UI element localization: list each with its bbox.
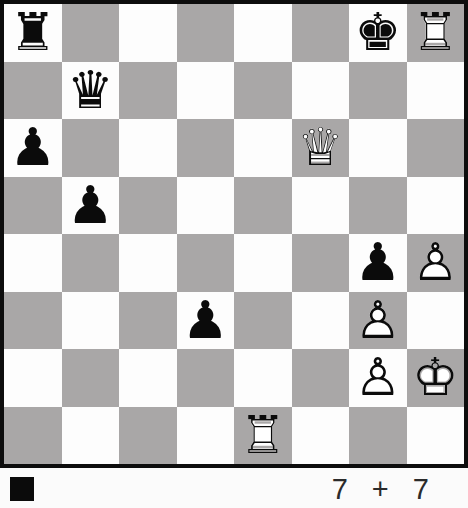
square-g5[interactable] <box>349 177 407 235</box>
square-h3[interactable] <box>407 292 465 350</box>
white-rook: ♜♖ <box>407 4 465 62</box>
square-f1[interactable] <box>292 407 350 465</box>
white-pawn-glyph: ♙ <box>349 292 407 350</box>
square-c6[interactable] <box>119 119 177 177</box>
square-e6[interactable] <box>234 119 292 177</box>
black-king: ♚ <box>349 4 407 62</box>
white-king-glyph: ♔ <box>407 349 465 407</box>
square-c5[interactable] <box>119 177 177 235</box>
black-to-move-marker <box>10 477 34 501</box>
square-a2[interactable] <box>4 349 62 407</box>
black-pawn-glyph: ♟ <box>4 119 62 177</box>
black-pawn: ♟ <box>62 177 120 235</box>
black-pawn-glyph: ♟ <box>62 177 120 235</box>
square-g4[interactable]: ♟ <box>349 234 407 292</box>
black-pawn-glyph: ♟ <box>177 292 235 350</box>
square-h5[interactable] <box>407 177 465 235</box>
square-a4[interactable] <box>4 234 62 292</box>
square-f6[interactable]: ♛♕ <box>292 119 350 177</box>
square-d2[interactable] <box>177 349 235 407</box>
square-e3[interactable] <box>234 292 292 350</box>
square-c4[interactable] <box>119 234 177 292</box>
chess-board: ♜♚♜♖♛♟♛♕♟♟♟♙♟♟♙♟♙♚♔♜♖ <box>0 0 468 468</box>
square-d1[interactable] <box>177 407 235 465</box>
square-e4[interactable] <box>234 234 292 292</box>
square-a1[interactable] <box>4 407 62 465</box>
square-f4[interactable] <box>292 234 350 292</box>
square-a3[interactable] <box>4 292 62 350</box>
white-rook: ♜♖ <box>234 407 292 465</box>
square-b7[interactable]: ♛ <box>62 62 120 120</box>
square-b3[interactable] <box>62 292 120 350</box>
square-b5[interactable]: ♟ <box>62 177 120 235</box>
square-h2[interactable]: ♚♔ <box>407 349 465 407</box>
square-g8[interactable]: ♚ <box>349 4 407 62</box>
square-d5[interactable] <box>177 177 235 235</box>
square-c3[interactable] <box>119 292 177 350</box>
chess-diagram-page: ♜♚♜♖♛♟♛♕♟♟♟♙♟♟♙♟♙♚♔♜♖ 7 + 7 <box>0 0 468 508</box>
square-e5[interactable] <box>234 177 292 235</box>
square-f3[interactable] <box>292 292 350 350</box>
square-a6[interactable]: ♟ <box>4 119 62 177</box>
black-pawn: ♟ <box>4 119 62 177</box>
square-a5[interactable] <box>4 177 62 235</box>
square-d7[interactable] <box>177 62 235 120</box>
white-pawn: ♟♙ <box>349 292 407 350</box>
diagram-footer: 7 + 7 <box>0 468 468 508</box>
white-pawn-glyph: ♙ <box>407 234 465 292</box>
square-f8[interactable] <box>292 4 350 62</box>
square-b2[interactable] <box>62 349 120 407</box>
square-b6[interactable] <box>62 119 120 177</box>
square-e7[interactable] <box>234 62 292 120</box>
black-rook: ♜ <box>4 4 62 62</box>
square-g3[interactable]: ♟♙ <box>349 292 407 350</box>
square-c2[interactable] <box>119 349 177 407</box>
square-f2[interactable] <box>292 349 350 407</box>
black-pawn: ♟ <box>349 234 407 292</box>
white-pawn: ♟♙ <box>349 349 407 407</box>
square-f5[interactable] <box>292 177 350 235</box>
square-g1[interactable] <box>349 407 407 465</box>
white-queen-glyph: ♕ <box>292 119 350 177</box>
square-h4[interactable]: ♟♙ <box>407 234 465 292</box>
black-pawn: ♟ <box>177 292 235 350</box>
white-rook-glyph: ♖ <box>407 4 465 62</box>
square-e2[interactable] <box>234 349 292 407</box>
square-b4[interactable] <box>62 234 120 292</box>
white-pawn-glyph: ♙ <box>349 349 407 407</box>
piece-count-label: 7 + 7 <box>332 471 430 507</box>
black-king-glyph: ♚ <box>349 4 407 62</box>
square-h7[interactable] <box>407 62 465 120</box>
square-c7[interactable] <box>119 62 177 120</box>
square-h6[interactable] <box>407 119 465 177</box>
black-queen: ♛ <box>62 62 120 120</box>
square-h1[interactable] <box>407 407 465 465</box>
square-a8[interactable]: ♜ <box>4 4 62 62</box>
white-queen: ♛♕ <box>292 119 350 177</box>
square-f7[interactable] <box>292 62 350 120</box>
square-b1[interactable] <box>62 407 120 465</box>
square-d6[interactable] <box>177 119 235 177</box>
square-d8[interactable] <box>177 4 235 62</box>
square-c1[interactable] <box>119 407 177 465</box>
square-d4[interactable] <box>177 234 235 292</box>
white-pawn: ♟♙ <box>407 234 465 292</box>
square-d3[interactable]: ♟ <box>177 292 235 350</box>
white-king: ♚♔ <box>407 349 465 407</box>
square-h8[interactable]: ♜♖ <box>407 4 465 62</box>
white-rook-glyph: ♖ <box>234 407 292 465</box>
square-g7[interactable] <box>349 62 407 120</box>
square-e1[interactable]: ♜♖ <box>234 407 292 465</box>
square-g6[interactable] <box>349 119 407 177</box>
black-pawn-glyph: ♟ <box>349 234 407 292</box>
square-a7[interactable] <box>4 62 62 120</box>
square-g2[interactable]: ♟♙ <box>349 349 407 407</box>
square-c8[interactable] <box>119 4 177 62</box>
black-rook-glyph: ♜ <box>4 4 62 62</box>
square-b8[interactable] <box>62 4 120 62</box>
square-e8[interactable] <box>234 4 292 62</box>
black-queen-glyph: ♛ <box>62 62 120 120</box>
